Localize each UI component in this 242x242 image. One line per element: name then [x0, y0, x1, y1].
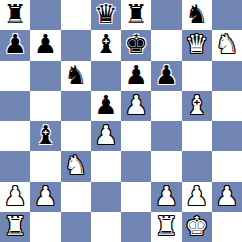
- square-c4[interactable]: [61, 121, 91, 151]
- square-b5[interactable]: [30, 91, 60, 121]
- white-pawn-d4[interactable]: ♟: [94, 122, 117, 148]
- black-queen-d8[interactable]: ♛: [94, 1, 117, 27]
- square-f1[interactable]: ♜: [151, 212, 181, 242]
- square-h7[interactable]: ♞: [212, 30, 242, 60]
- black-rook-e8[interactable]: ♜: [124, 1, 147, 27]
- square-f6[interactable]: ♟: [151, 61, 181, 91]
- black-pawn-d5[interactable]: ♟: [94, 92, 117, 118]
- square-c3[interactable]: ♞: [61, 151, 91, 181]
- white-rook-f1[interactable]: ♜: [155, 213, 178, 239]
- square-h4[interactable]: [212, 121, 242, 151]
- black-bishop-d7[interactable]: ♝: [94, 31, 117, 57]
- square-f4[interactable]: [151, 121, 181, 151]
- square-b2[interactable]: ♟: [30, 182, 60, 212]
- square-e3[interactable]: [121, 151, 151, 181]
- square-g7[interactable]: ♛: [182, 30, 212, 60]
- square-b4[interactable]: ♝: [30, 121, 60, 151]
- black-pawn-e6[interactable]: ♟: [124, 62, 147, 88]
- white-bishop-g5[interactable]: ♝: [185, 92, 208, 118]
- square-d2[interactable]: [91, 182, 121, 212]
- white-pawn-a2[interactable]: ♟: [3, 183, 26, 209]
- square-e7[interactable]: ♚: [121, 30, 151, 60]
- square-d7[interactable]: ♝: [91, 30, 121, 60]
- white-rook-a1[interactable]: ♜: [3, 213, 26, 239]
- square-g6[interactable]: [182, 61, 212, 91]
- white-king-g1[interactable]: ♚: [185, 213, 208, 239]
- square-d6[interactable]: [91, 61, 121, 91]
- square-h6[interactable]: [212, 61, 242, 91]
- square-g4[interactable]: [182, 121, 212, 151]
- square-a8[interactable]: ♜: [0, 0, 30, 30]
- black-pawn-b7[interactable]: ♟: [34, 31, 57, 57]
- black-rook-a8[interactable]: ♜: [3, 1, 26, 27]
- square-b7[interactable]: ♟: [30, 30, 60, 60]
- white-pawn-f2[interactable]: ♟: [155, 183, 178, 209]
- square-e1[interactable]: [121, 212, 151, 242]
- square-e6[interactable]: ♟: [121, 61, 151, 91]
- square-g1[interactable]: ♚: [182, 212, 212, 242]
- square-a4[interactable]: [0, 121, 30, 151]
- square-a3[interactable]: [0, 151, 30, 181]
- square-f3[interactable]: [151, 151, 181, 181]
- black-knight-c6[interactable]: ♞: [64, 62, 87, 88]
- square-b6[interactable]: [30, 61, 60, 91]
- square-h2[interactable]: ♟: [212, 182, 242, 212]
- square-h8[interactable]: [212, 0, 242, 30]
- square-d8[interactable]: ♛: [91, 0, 121, 30]
- square-h1[interactable]: [212, 212, 242, 242]
- square-d5[interactable]: ♟: [91, 91, 121, 121]
- square-a7[interactable]: ♟: [0, 30, 30, 60]
- square-e5[interactable]: ♟: [121, 91, 151, 121]
- square-g8[interactable]: ♞: [182, 0, 212, 30]
- square-e8[interactable]: ♜: [121, 0, 151, 30]
- square-f8[interactable]: [151, 0, 181, 30]
- black-pawn-f6[interactable]: ♟: [155, 62, 178, 88]
- white-pawn-h2[interactable]: ♟: [215, 183, 238, 209]
- square-h3[interactable]: [212, 151, 242, 181]
- white-queen-g7[interactable]: ♛: [185, 31, 208, 57]
- square-a2[interactable]: ♟: [0, 182, 30, 212]
- white-pawn-b2[interactable]: ♟: [34, 183, 57, 209]
- white-pawn-g2[interactable]: ♟: [185, 183, 208, 209]
- square-h5[interactable]: [212, 91, 242, 121]
- square-f7[interactable]: [151, 30, 181, 60]
- white-knight-c3[interactable]: ♞: [64, 152, 87, 178]
- square-a1[interactable]: ♜: [0, 212, 30, 242]
- square-b3[interactable]: [30, 151, 60, 181]
- black-knight-g8[interactable]: ♞: [185, 1, 208, 27]
- square-c1[interactable]: [61, 212, 91, 242]
- square-a6[interactable]: [0, 61, 30, 91]
- square-c7[interactable]: [61, 30, 91, 60]
- square-e2[interactable]: [121, 182, 151, 212]
- square-c6[interactable]: ♞: [61, 61, 91, 91]
- square-g2[interactable]: ♟: [182, 182, 212, 212]
- white-knight-h7[interactable]: ♞: [215, 31, 238, 57]
- square-g5[interactable]: ♝: [182, 91, 212, 121]
- square-b8[interactable]: [30, 0, 60, 30]
- square-d3[interactable]: [91, 151, 121, 181]
- square-d1[interactable]: [91, 212, 121, 242]
- black-king-e7[interactable]: ♚: [124, 31, 147, 57]
- black-bishop-b4[interactable]: ♝: [34, 122, 57, 148]
- square-d4[interactable]: ♟: [91, 121, 121, 151]
- square-g3[interactable]: [182, 151, 212, 181]
- white-pawn-e5[interactable]: ♟: [124, 92, 147, 118]
- square-f2[interactable]: ♟: [151, 182, 181, 212]
- square-c2[interactable]: [61, 182, 91, 212]
- square-c8[interactable]: [61, 0, 91, 30]
- square-e4[interactable]: [121, 121, 151, 151]
- square-b1[interactable]: [30, 212, 60, 242]
- square-a5[interactable]: [0, 91, 30, 121]
- square-c5[interactable]: [61, 91, 91, 121]
- black-pawn-a7[interactable]: ♟: [3, 31, 26, 57]
- chess-board: ♜♛♜♞♟♟♝♚♛♞♞♟♟♟♟♝♝♟♞♟♟♟♟♟♜♜♚: [0, 0, 242, 242]
- square-f5[interactable]: [151, 91, 181, 121]
